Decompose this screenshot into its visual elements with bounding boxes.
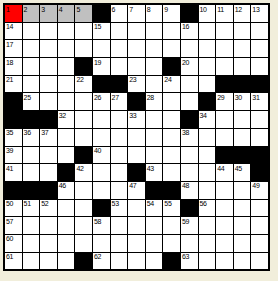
- cell-r3c5[interactable]: [75, 40, 92, 57]
- cell-r12c10[interactable]: 55: [163, 200, 180, 217]
- black-cell-r15c5: [75, 253, 92, 270]
- cell-r14c15[interactable]: [251, 235, 268, 252]
- highlighted-cell-r1c5[interactable]: 5: [75, 5, 92, 22]
- cell-r8c11[interactable]: 38: [181, 129, 198, 146]
- cell-r7c9[interactable]: [146, 111, 163, 128]
- cell-r7c6[interactable]: [93, 111, 110, 128]
- cell-r13c6[interactable]: 58: [93, 217, 110, 234]
- cell-r13c3[interactable]: [40, 217, 57, 234]
- cell-r13c8[interactable]: [128, 217, 145, 234]
- clue-number-14: 14: [6, 23, 13, 30]
- clue-number-17: 17: [6, 41, 13, 48]
- clue-number-55: 55: [164, 200, 171, 207]
- cell-r7c15[interactable]: [251, 111, 268, 128]
- cell-r9c12[interactable]: [199, 147, 216, 164]
- clue-number-25: 25: [24, 94, 31, 101]
- cell-r2c2[interactable]: [23, 23, 40, 40]
- cell-r3c7[interactable]: [111, 40, 128, 57]
- clue-number-24: 24: [164, 76, 171, 83]
- cell-r2c4[interactable]: [58, 23, 75, 40]
- cell-r13c1[interactable]: 57: [5, 217, 22, 234]
- cell-r11c11[interactable]: 48: [181, 182, 198, 199]
- cell-r12c13[interactable]: [216, 200, 233, 217]
- cell-r4c11[interactable]: 20: [181, 58, 198, 75]
- cell-r11c5[interactable]: [75, 182, 92, 199]
- cell-r7c13[interactable]: [216, 111, 233, 128]
- black-cell-r7c3: [40, 111, 57, 128]
- black-cell-r11c10: [163, 182, 180, 199]
- black-cell-r10c8: [128, 164, 145, 181]
- cell-r14c5[interactable]: [75, 235, 92, 252]
- cell-r12c7[interactable]: 53: [111, 200, 128, 217]
- clue-number-39: 39: [6, 147, 13, 154]
- cell-r12c9[interactable]: 54: [146, 200, 163, 217]
- clue-number-40: 40: [94, 147, 101, 154]
- cell-r15c13[interactable]: [216, 253, 233, 270]
- clue-number-43: 43: [147, 165, 154, 172]
- black-cell-r12c6: [93, 200, 110, 217]
- cell-r11c14[interactable]: [234, 182, 251, 199]
- cell-r13c7[interactable]: [111, 217, 128, 234]
- cell-r2c11[interactable]: 16: [181, 23, 198, 40]
- cell-r14c2[interactable]: [23, 235, 40, 252]
- cell-r2c10[interactable]: [163, 23, 180, 40]
- clue-number-18: 18: [6, 59, 13, 66]
- cell-r8c1[interactable]: 35: [5, 129, 22, 146]
- black-cell-r10c4: [58, 164, 75, 181]
- clue-number-7: 7: [129, 6, 133, 13]
- cell-r3c13[interactable]: [216, 40, 233, 57]
- black-cell-r9c15: [251, 147, 268, 164]
- cell-r14c9[interactable]: [146, 235, 163, 252]
- cell-r10c12[interactable]: [199, 164, 216, 181]
- cell-r9c9[interactable]: [146, 147, 163, 164]
- clue-number-46: 46: [59, 182, 66, 189]
- cell-r6c7[interactable]: 27: [111, 93, 128, 110]
- cell-r6c9[interactable]: 28: [146, 93, 163, 110]
- black-cell-r10c15: [251, 164, 268, 181]
- black-cell-r1c6: [93, 5, 110, 22]
- cell-r7c10[interactable]: [163, 111, 180, 128]
- black-cell-r5c15: [251, 76, 268, 93]
- cell-r8c5[interactable]: [75, 129, 92, 146]
- cell-r6c6[interactable]: 26: [93, 93, 110, 110]
- clue-number-26: 26: [94, 94, 101, 101]
- clue-number-41: 41: [6, 165, 13, 172]
- cell-r14c1[interactable]: 60: [5, 235, 22, 252]
- cell-r1c12[interactable]: 10: [199, 5, 216, 22]
- clue-number-12: 12: [235, 6, 242, 13]
- cell-r3c4[interactable]: [58, 40, 75, 57]
- cell-r3c10[interactable]: [163, 40, 180, 57]
- black-cell-r9c14: [234, 147, 251, 164]
- clue-number-6: 6: [112, 6, 116, 13]
- cell-r11c12[interactable]: [199, 182, 216, 199]
- clue-number-3: 3: [41, 6, 45, 13]
- cell-r3c11[interactable]: [181, 40, 198, 57]
- cell-r13c12[interactable]: [199, 217, 216, 234]
- cell-r12c5[interactable]: [75, 200, 92, 217]
- cell-r2c12[interactable]: [199, 23, 216, 40]
- clue-number-11: 11: [217, 6, 224, 13]
- clue-number-51: 51: [24, 200, 31, 207]
- cell-r8c15[interactable]: [251, 129, 268, 146]
- cell-r10c10[interactable]: [163, 164, 180, 181]
- black-cell-r12c11: [181, 200, 198, 217]
- cell-r5c8[interactable]: 23: [128, 76, 145, 93]
- clue-number-28: 28: [147, 94, 154, 101]
- cell-r15c14[interactable]: [234, 253, 251, 270]
- cell-r6c11[interactable]: [181, 93, 198, 110]
- clue-number-59: 59: [182, 218, 189, 225]
- clue-number-1: 1: [6, 6, 10, 13]
- cell-r9c8[interactable]: [128, 147, 145, 164]
- cell-r6c2[interactable]: 25: [23, 93, 40, 110]
- black-cell-r7c11: [181, 111, 198, 128]
- cell-r11c4[interactable]: 46: [58, 182, 75, 199]
- cell-r4c4[interactable]: [58, 58, 75, 75]
- black-cell-r1c11: [181, 5, 198, 22]
- cell-r3c1[interactable]: 17: [5, 40, 22, 57]
- cell-r9c2[interactable]: [23, 147, 40, 164]
- cell-r3c3[interactable]: [40, 40, 57, 57]
- clue-number-42: 42: [76, 165, 83, 172]
- cell-r5c4[interactable]: [58, 76, 75, 93]
- cell-r4c2[interactable]: [23, 58, 40, 75]
- black-cell-r11c2: [23, 182, 40, 199]
- cell-r9c1[interactable]: 39: [5, 147, 22, 164]
- clue-number-8: 8: [147, 6, 151, 13]
- selected-cell[interactable]: 1: [5, 5, 22, 22]
- cell-r7c5[interactable]: [75, 111, 92, 128]
- cell-r1c15[interactable]: 13: [251, 5, 268, 22]
- cell-r12c15[interactable]: [251, 200, 268, 217]
- cell-r13c5[interactable]: [75, 217, 92, 234]
- cell-r5c9[interactable]: [146, 76, 163, 93]
- cell-r4c7[interactable]: [111, 58, 128, 75]
- cell-r10c14[interactable]: 45: [234, 164, 251, 181]
- black-cell-r5c13: [216, 76, 233, 93]
- cell-r5c2[interactable]: [23, 76, 40, 93]
- clue-number-29: 29: [217, 94, 224, 101]
- cell-r9c3[interactable]: [40, 147, 57, 164]
- cell-r15c9[interactable]: [146, 253, 163, 270]
- clue-number-27: 27: [112, 94, 119, 101]
- cell-r11c8[interactable]: 47: [128, 182, 145, 199]
- clue-number-62: 62: [94, 253, 101, 260]
- cell-r10c13[interactable]: 44: [216, 164, 233, 181]
- cell-r13c11[interactable]: 59: [181, 217, 198, 234]
- cell-r1c7[interactable]: 6: [111, 5, 128, 22]
- cell-r14c10[interactable]: [163, 235, 180, 252]
- cell-r15c1[interactable]: 61: [5, 253, 22, 270]
- highlighted-cell-r1c4[interactable]: 4: [58, 5, 75, 22]
- black-cell-r5c14: [234, 76, 251, 93]
- cell-r15c4[interactable]: [58, 253, 75, 270]
- cell-r11c6[interactable]: [93, 182, 110, 199]
- black-cell-r7c1: [5, 111, 22, 128]
- highlighted-cell-r1c2[interactable]: 2: [23, 5, 40, 22]
- cell-r3c2[interactable]: [23, 40, 40, 57]
- cell-r4c6[interactable]: 19: [93, 58, 110, 75]
- cell-r13c13[interactable]: [216, 217, 233, 234]
- black-cell-r4c5: [75, 58, 92, 75]
- cell-r6c3[interactable]: [40, 93, 57, 110]
- clue-number-63: 63: [182, 253, 189, 260]
- clue-number-2: 2: [24, 6, 28, 13]
- clue-number-13: 13: [252, 6, 259, 13]
- clue-number-31: 31: [252, 94, 259, 101]
- clue-number-50: 50: [6, 200, 13, 207]
- cell-r2c6[interactable]: 15: [93, 23, 110, 40]
- black-cell-r6c12: [199, 93, 216, 110]
- cell-r14c14[interactable]: [234, 235, 251, 252]
- cell-r11c7[interactable]: [111, 182, 128, 199]
- cell-r10c1[interactable]: 41: [5, 164, 22, 181]
- cell-r5c3[interactable]: [40, 76, 57, 93]
- cell-r2c5[interactable]: [75, 23, 92, 40]
- cell-r12c14[interactable]: [234, 200, 251, 217]
- cell-r10c2[interactable]: [23, 164, 40, 181]
- cell-r2c9[interactable]: [146, 23, 163, 40]
- cell-r4c1[interactable]: 18: [5, 58, 22, 75]
- black-cell-r5c7: [111, 76, 128, 93]
- cell-r8c6[interactable]: [93, 129, 110, 146]
- cell-r8c12[interactable]: [199, 129, 216, 146]
- cell-r15c11[interactable]: 63: [181, 253, 198, 270]
- clue-number-10: 10: [200, 6, 207, 13]
- cell-r14c3[interactable]: [40, 235, 57, 252]
- clue-number-53: 53: [112, 200, 119, 207]
- cell-r13c2[interactable]: [23, 217, 40, 234]
- black-cell-r15c10: [163, 253, 180, 270]
- cell-r14c12[interactable]: [199, 235, 216, 252]
- cell-r5c11[interactable]: [181, 76, 198, 93]
- clue-number-20: 20: [182, 59, 189, 66]
- cell-r14c7[interactable]: [111, 235, 128, 252]
- cell-r5c12[interactable]: [199, 76, 216, 93]
- clue-number-33: 33: [129, 112, 136, 119]
- cell-r15c7[interactable]: [111, 253, 128, 270]
- cell-r4c12[interactable]: [199, 58, 216, 75]
- cell-r9c7[interactable]: [111, 147, 128, 164]
- cell-r14c13[interactable]: [216, 235, 233, 252]
- cell-r8c7[interactable]: [111, 129, 128, 146]
- cell-r3c9[interactable]: [146, 40, 163, 57]
- cell-r6c4[interactable]: [58, 93, 75, 110]
- cell-r1c13[interactable]: 11: [216, 5, 233, 22]
- black-cell-r6c1: [5, 93, 22, 110]
- cell-r2c15[interactable]: [251, 23, 268, 40]
- cell-r2c13[interactable]: [216, 23, 233, 40]
- cell-r1c9[interactable]: 8: [146, 5, 163, 22]
- clue-number-32: 32: [59, 112, 66, 119]
- highlighted-cell-r1c3[interactable]: 3: [40, 5, 57, 22]
- cell-r10c5[interactable]: 42: [75, 164, 92, 181]
- cell-r13c9[interactable]: [146, 217, 163, 234]
- black-cell-r11c3: [40, 182, 57, 199]
- cell-r3c14[interactable]: [234, 40, 251, 57]
- clue-number-56: 56: [200, 200, 207, 207]
- clue-number-16: 16: [182, 23, 189, 30]
- cell-r7c8[interactable]: 33: [128, 111, 145, 128]
- clue-number-45: 45: [235, 165, 242, 172]
- cell-r8c4[interactable]: [58, 129, 75, 146]
- crossword-grid: 1234567891011121314151617181920212223242…: [3, 3, 270, 271]
- clue-number-23: 23: [129, 76, 136, 83]
- cell-r15c8[interactable]: [128, 253, 145, 270]
- clue-number-49: 49: [252, 182, 259, 189]
- clue-number-52: 52: [41, 200, 48, 207]
- cell-r8c2[interactable]: 36: [23, 129, 40, 146]
- black-cell-r9c13: [216, 147, 233, 164]
- cell-r6c14[interactable]: 30: [234, 93, 251, 110]
- cell-r8c3[interactable]: 37: [40, 129, 57, 146]
- cell-r15c12[interactable]: [199, 253, 216, 270]
- cell-r7c4[interactable]: 32: [58, 111, 75, 128]
- cell-r12c2[interactable]: 51: [23, 200, 40, 217]
- clue-number-37: 37: [41, 129, 48, 136]
- clue-number-58: 58: [94, 218, 101, 225]
- cell-r10c11[interactable]: [181, 164, 198, 181]
- cell-r10c3[interactable]: [40, 164, 57, 181]
- clue-number-54: 54: [147, 200, 154, 207]
- black-cell-r4c10: [163, 58, 180, 75]
- cell-r8c13[interactable]: [216, 129, 233, 146]
- cell-r7c14[interactable]: [234, 111, 251, 128]
- cell-r3c15[interactable]: [251, 40, 268, 57]
- clue-number-36: 36: [24, 129, 31, 136]
- cell-r12c1[interactable]: 50: [5, 200, 22, 217]
- cell-r8c9[interactable]: [146, 129, 163, 146]
- cell-r1c8[interactable]: 7: [128, 5, 145, 22]
- clue-number-19: 19: [94, 59, 101, 66]
- cell-r10c6[interactable]: [93, 164, 110, 181]
- cell-r4c15[interactable]: [251, 58, 268, 75]
- cell-r4c9[interactable]: [146, 58, 163, 75]
- cell-r8c14[interactable]: [234, 129, 251, 146]
- clue-number-44: 44: [217, 165, 224, 172]
- clue-number-15: 15: [94, 23, 101, 30]
- black-cell-r5c6: [93, 76, 110, 93]
- cell-r11c15[interactable]: 49: [251, 182, 268, 199]
- cell-r10c7[interactable]: [111, 164, 128, 181]
- cell-r14c6[interactable]: [93, 235, 110, 252]
- clue-number-60: 60: [6, 235, 13, 242]
- black-cell-r7c2: [23, 111, 40, 128]
- cell-r8c10[interactable]: [163, 129, 180, 146]
- cell-r9c6[interactable]: 40: [93, 147, 110, 164]
- cell-r2c14[interactable]: [234, 23, 251, 40]
- cell-r10c9[interactable]: 43: [146, 164, 163, 181]
- clue-number-30: 30: [235, 94, 242, 101]
- cell-r8c8[interactable]: [128, 129, 145, 146]
- cell-r15c15[interactable]: [251, 253, 268, 270]
- cell-r9c10[interactable]: [163, 147, 180, 164]
- cell-r5c1[interactable]: 21: [5, 76, 22, 93]
- cell-r13c14[interactable]: [234, 217, 251, 234]
- cell-r9c4[interactable]: [58, 147, 75, 164]
- cell-r15c2[interactable]: [23, 253, 40, 270]
- clue-number-47: 47: [129, 182, 136, 189]
- cell-r11c13[interactable]: [216, 182, 233, 199]
- black-cell-r9c5: [75, 147, 92, 164]
- cell-r2c1[interactable]: 14: [5, 23, 22, 40]
- cell-r14c11[interactable]: [181, 235, 198, 252]
- cell-r6c10[interactable]: [163, 93, 180, 110]
- black-cell-r6c8: [128, 93, 145, 110]
- cell-r15c3[interactable]: [40, 253, 57, 270]
- clue-number-35: 35: [6, 129, 13, 136]
- cell-r4c13[interactable]: [216, 58, 233, 75]
- cell-r3c8[interactable]: [128, 40, 145, 57]
- cell-r9c11[interactable]: [181, 147, 198, 164]
- cell-r12c4[interactable]: [58, 200, 75, 217]
- clue-number-4: 4: [59, 6, 63, 13]
- cell-r14c8[interactable]: [128, 235, 145, 252]
- cell-r2c7[interactable]: [111, 23, 128, 40]
- cell-r13c10[interactable]: [163, 217, 180, 234]
- cell-r5c10[interactable]: 24: [163, 76, 180, 93]
- cell-r2c3[interactable]: [40, 23, 57, 40]
- cell-r12c8[interactable]: [128, 200, 145, 217]
- cell-r13c15[interactable]: [251, 217, 268, 234]
- clue-number-57: 57: [6, 218, 13, 225]
- cell-r15c6[interactable]: 62: [93, 253, 110, 270]
- clue-number-21: 21: [6, 76, 13, 83]
- cell-r2c8[interactable]: [128, 23, 145, 40]
- cell-r6c5[interactable]: [75, 93, 92, 110]
- cell-r13c4[interactable]: [58, 217, 75, 234]
- cell-r1c14[interactable]: 12: [234, 5, 251, 22]
- cell-r4c14[interactable]: [234, 58, 251, 75]
- clue-number-48: 48: [182, 182, 189, 189]
- black-cell-r11c1: [5, 182, 22, 199]
- cell-r4c3[interactable]: [40, 58, 57, 75]
- clue-number-34: 34: [200, 112, 207, 119]
- cell-r6c13[interactable]: 29: [216, 93, 233, 110]
- cell-r14c4[interactable]: [58, 235, 75, 252]
- clue-number-38: 38: [182, 129, 189, 136]
- black-cell-r11c9: [146, 182, 163, 199]
- cell-r3c6[interactable]: [93, 40, 110, 57]
- cell-r12c3[interactable]: 52: [40, 200, 57, 217]
- cell-r12c12[interactable]: 56: [199, 200, 216, 217]
- cell-r4c8[interactable]: [128, 58, 145, 75]
- cell-r5c5[interactable]: 22: [75, 76, 92, 93]
- clue-number-61: 61: [6, 253, 13, 260]
- cell-r1c10[interactable]: 9: [163, 5, 180, 22]
- cell-r6c15[interactable]: 31: [251, 93, 268, 110]
- clue-number-9: 9: [164, 6, 168, 13]
- cell-r3c12[interactable]: [199, 40, 216, 57]
- clue-number-22: 22: [76, 76, 83, 83]
- cell-r7c7[interactable]: [111, 111, 128, 128]
- clue-number-5: 5: [76, 6, 80, 13]
- cell-r7c12[interactable]: 34: [199, 111, 216, 128]
